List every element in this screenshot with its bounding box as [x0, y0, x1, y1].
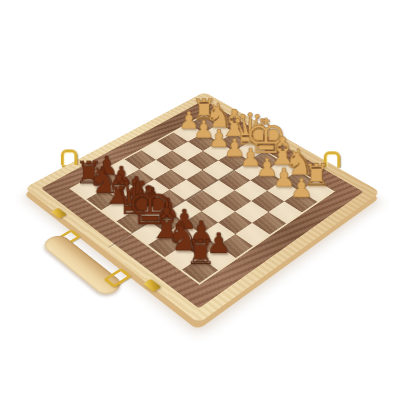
product-photo-scene: ♜♞♟♝♟♛♟♚♟♝♟♞♟♟♜♟♟♜♟♟♞♟♝♟♛♟♚♟♝♟♞♜: [0, 0, 400, 400]
folding-chess-case: ♜♞♟♝♟♛♟♚♟♝♟♞♟♟♜♟♟♜♟♟♞♟♝♟♛♟♚♟♝♟♞♜: [24, 92, 380, 323]
brass-hinge-icon: [322, 149, 339, 166]
brass-hinge-icon: [60, 147, 77, 164]
